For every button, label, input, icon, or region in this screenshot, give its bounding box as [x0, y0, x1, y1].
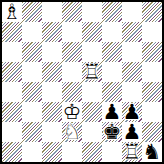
square-e4[interactable] [82, 82, 102, 102]
square-f7[interactable] [102, 22, 122, 42]
square-b7[interactable] [22, 22, 42, 42]
square-h2[interactable] [142, 122, 162, 142]
square-c4[interactable] [42, 82, 62, 102]
square-b8[interactable] [22, 2, 42, 22]
square-a2[interactable] [2, 122, 22, 142]
square-f8[interactable] [102, 2, 122, 22]
square-e8[interactable] [82, 2, 102, 22]
square-b4[interactable] [22, 82, 42, 102]
square-e7[interactable] [82, 22, 102, 42]
square-h5[interactable] [142, 62, 162, 82]
chess-diagram: ♝♗♜♖♚♔♟♟♞♘♚♟♜♖♞ [0, 0, 164, 164]
square-c1[interactable] [42, 142, 62, 162]
square-b6[interactable] [22, 42, 42, 62]
square-g3[interactable]: ♟ [122, 102, 142, 122]
square-a7[interactable] [2, 22, 22, 42]
square-f4[interactable] [102, 82, 122, 102]
square-e5[interactable]: ♜♖ [82, 62, 102, 82]
square-e3[interactable] [82, 102, 102, 122]
square-e2[interactable] [82, 122, 102, 142]
square-g8[interactable] [122, 2, 142, 22]
square-d1[interactable] [62, 142, 82, 162]
square-d8[interactable] [62, 2, 82, 22]
square-d3[interactable]: ♚♔ [62, 102, 82, 122]
square-a3[interactable] [2, 102, 22, 122]
square-g6[interactable] [122, 42, 142, 62]
square-h7[interactable] [142, 22, 162, 42]
square-h6[interactable] [142, 42, 162, 62]
square-c8[interactable] [42, 2, 62, 22]
square-d7[interactable] [62, 22, 82, 42]
white-knight-d2: ♘ [62, 122, 82, 142]
square-f6[interactable] [102, 42, 122, 62]
square-c5[interactable] [42, 62, 62, 82]
white-king-d3: ♔ [62, 102, 82, 122]
square-g4[interactable] [122, 82, 142, 102]
square-g2[interactable]: ♟ [122, 122, 142, 142]
square-a5[interactable] [2, 62, 22, 82]
square-b5[interactable] [22, 62, 42, 82]
square-g5[interactable] [122, 62, 142, 82]
square-c7[interactable] [42, 22, 62, 42]
square-f5[interactable] [102, 62, 122, 82]
white-rook-g1: ♖ [122, 142, 142, 162]
square-h4[interactable] [142, 82, 162, 102]
square-a8[interactable]: ♝♗ [2, 2, 22, 22]
square-b3[interactable] [22, 102, 42, 122]
square-f2[interactable]: ♚ [102, 122, 122, 142]
square-g1[interactable]: ♜♖ [122, 142, 142, 162]
square-d5[interactable] [62, 62, 82, 82]
black-king-f2: ♚ [102, 122, 122, 142]
square-d6[interactable] [62, 42, 82, 62]
white-bishop-a8: ♗ [2, 2, 22, 22]
square-d4[interactable] [62, 82, 82, 102]
square-e6[interactable] [82, 42, 102, 62]
square-a4[interactable] [2, 82, 22, 102]
square-g7[interactable] [122, 22, 142, 42]
black-knight-h1: ♞ [142, 142, 162, 162]
square-b1[interactable] [22, 142, 42, 162]
square-h8[interactable] [142, 2, 162, 22]
square-a6[interactable] [2, 42, 22, 62]
white-rook-e5: ♖ [82, 62, 102, 82]
chess-board: ♝♗♜♖♚♔♟♟♞♘♚♟♜♖♞ [0, 0, 164, 164]
square-f1[interactable] [102, 142, 122, 162]
square-d2[interactable]: ♞♘ [62, 122, 82, 142]
black-pawn-f3: ♟ [102, 102, 122, 122]
square-c2[interactable] [42, 122, 62, 142]
black-pawn-g2: ♟ [122, 122, 142, 142]
black-pawn-g3: ♟ [122, 102, 142, 122]
square-e1[interactable] [82, 142, 102, 162]
square-h1[interactable]: ♞ [142, 142, 162, 162]
square-f3[interactable]: ♟ [102, 102, 122, 122]
square-h3[interactable] [142, 102, 162, 122]
square-a1[interactable] [2, 142, 22, 162]
square-b2[interactable] [22, 122, 42, 142]
square-c3[interactable] [42, 102, 62, 122]
square-c6[interactable] [42, 42, 62, 62]
